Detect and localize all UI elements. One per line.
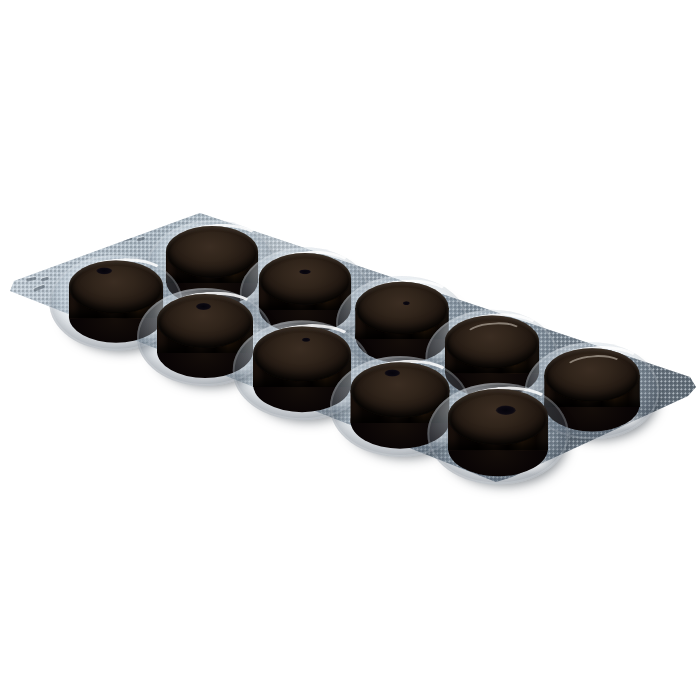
- tablet-bottom: [448, 420, 548, 476]
- tablet-spot: [384, 369, 399, 376]
- tablet-top-face: [448, 389, 548, 445]
- tablet-spot: [495, 405, 515, 414]
- blister-cell: [425, 348, 571, 494]
- dome-glint: [516, 452, 557, 478]
- dome-highlight-arc: [445, 382, 557, 444]
- tablet-spot: [196, 303, 211, 310]
- product-photo: [0, 0, 700, 700]
- blister-dome: [427, 383, 568, 485]
- tablet-gloss-dash: [464, 320, 524, 348]
- tablet-spot: [402, 301, 409, 305]
- tablet-spot: [96, 267, 112, 274]
- emboss-mark: [33, 285, 45, 292]
- tablet-spot: [299, 269, 311, 274]
- tablet-gloss-dash: [564, 353, 625, 381]
- dome-glint: [609, 408, 648, 433]
- tablet-side: [448, 417, 548, 450]
- emboss-mark: [26, 277, 36, 282]
- tablet-spot: [302, 338, 310, 342]
